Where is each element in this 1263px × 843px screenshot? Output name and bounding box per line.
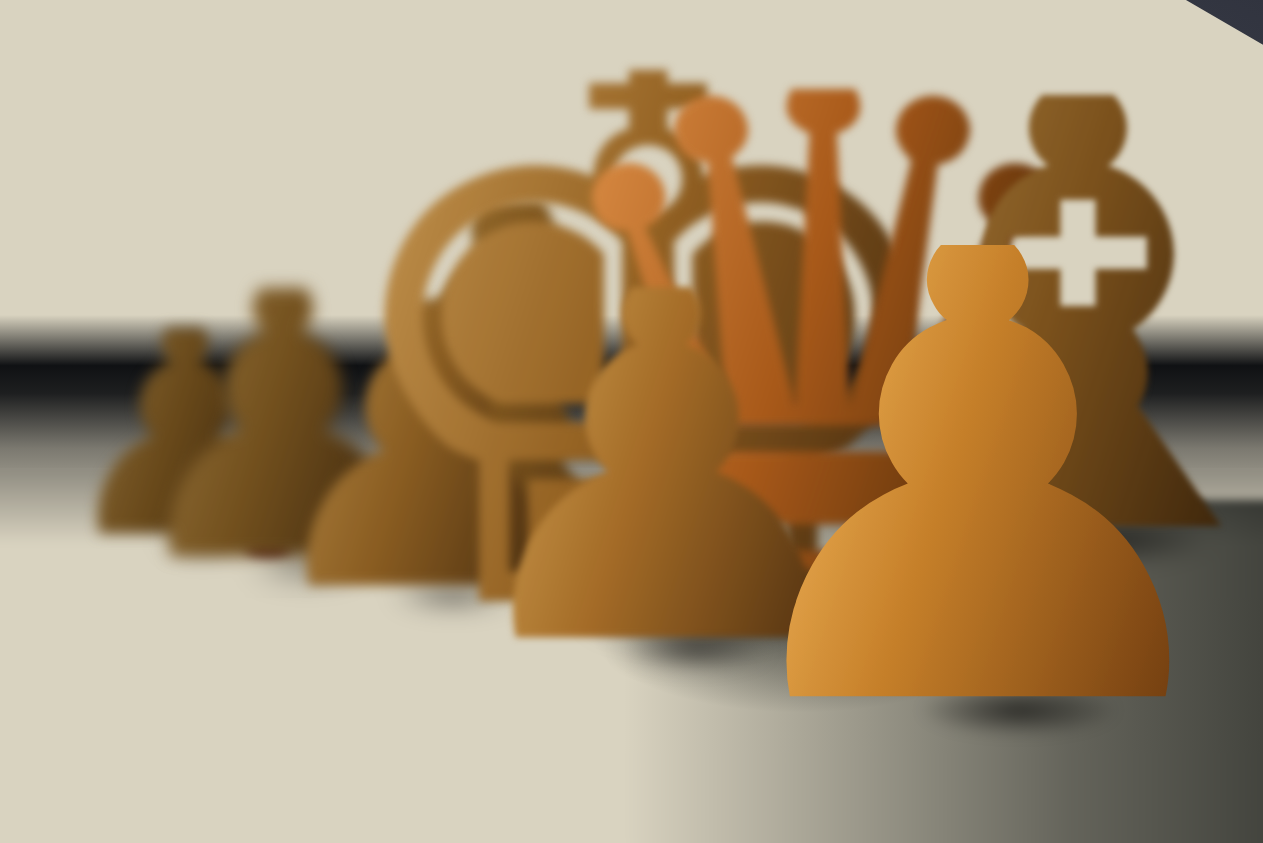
- depth-of-field-near-blur: [0, 753, 1263, 843]
- pawn-mid-shadow: [585, 621, 802, 677]
- depth-of-field-far-blur: [0, 468, 1263, 598]
- pawn-big-front-shadow: [879, 674, 1158, 747]
- pieces-layer: ♟♟♝♟♚♛♟♝♟: [0, 0, 1263, 843]
- red-felt-glimpse: [245, 540, 291, 556]
- photo-scene: ♟♟♝♟♚♛♟♝♟: [0, 0, 1263, 843]
